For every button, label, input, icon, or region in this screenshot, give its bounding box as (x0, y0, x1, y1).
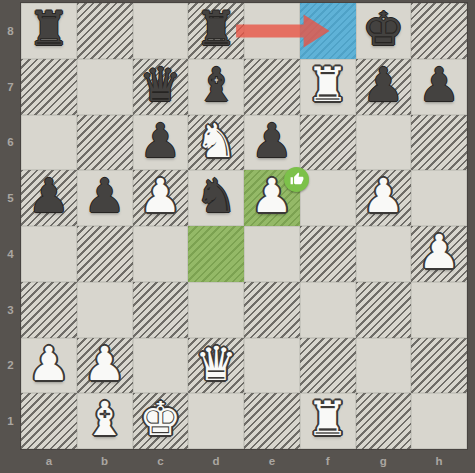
square-c1[interactable]: ♚ (133, 393, 189, 449)
square-c2[interactable] (133, 338, 189, 394)
black-king-piece[interactable]: ♚ (362, 1, 404, 57)
rank-label-8: 8 (0, 25, 21, 37)
black-pawn-piece[interactable]: ♟ (139, 113, 181, 169)
square-e1[interactable] (244, 393, 300, 449)
square-e8[interactable] (244, 3, 300, 59)
square-h2[interactable] (411, 338, 467, 394)
square-a8[interactable]: ♜ (21, 3, 77, 59)
rank-label-5: 5 (0, 192, 21, 204)
black-bishop-piece[interactable]: ♝ (195, 57, 237, 113)
square-f6[interactable] (300, 115, 356, 171)
file-label-h: h (436, 455, 443, 467)
file-label-g: g (380, 455, 387, 467)
square-g7[interactable]: ♟ (356, 59, 412, 115)
square-f7[interactable]: ♜ (300, 59, 356, 115)
square-a3[interactable] (21, 282, 77, 338)
black-pawn-piece[interactable]: ♟ (251, 113, 293, 169)
white-pawn-piece[interactable]: ♟ (418, 224, 460, 280)
square-e3[interactable] (244, 282, 300, 338)
file-label-c: c (157, 455, 163, 467)
square-c7[interactable]: ♛ (133, 59, 189, 115)
square-g4[interactable] (356, 226, 412, 282)
file-label-f: f (326, 455, 330, 467)
file-label-b: b (101, 455, 108, 467)
square-b7[interactable] (77, 59, 133, 115)
black-pawn-piece[interactable]: ♟ (362, 57, 404, 113)
square-c8[interactable] (133, 3, 189, 59)
square-d4[interactable] (188, 226, 244, 282)
black-pawn-piece[interactable]: ♟ (28, 168, 70, 224)
chess-board[interactable]: ♜♜♚♛♝♜♟♟♟♞♟♟♟♟♞♟♟♟♟♟♛♝♚♜ (21, 3, 467, 449)
white-pawn-piece[interactable]: ♟ (28, 336, 70, 392)
square-g3[interactable] (356, 282, 412, 338)
square-d8[interactable]: ♜ (188, 3, 244, 59)
square-b1[interactable]: ♝ (77, 393, 133, 449)
white-rook-piece[interactable]: ♜ (307, 391, 349, 447)
rank-label-2: 2 (0, 359, 21, 371)
square-d5[interactable]: ♞ (188, 170, 244, 226)
square-h3[interactable] (411, 282, 467, 338)
square-a5[interactable]: ♟ (21, 170, 77, 226)
square-d2[interactable]: ♛ (188, 338, 244, 394)
square-e6[interactable]: ♟ (244, 115, 300, 171)
black-pawn-piece[interactable]: ♟ (418, 57, 460, 113)
rank-label-7: 7 (0, 81, 21, 93)
white-bishop-piece[interactable]: ♝ (84, 391, 126, 447)
square-h6[interactable] (411, 115, 467, 171)
square-h1[interactable] (411, 393, 467, 449)
square-g2[interactable] (356, 338, 412, 394)
square-d1[interactable] (188, 393, 244, 449)
square-b6[interactable] (77, 115, 133, 171)
square-f3[interactable] (300, 282, 356, 338)
black-rook-piece[interactable]: ♜ (28, 1, 70, 57)
file-label-a: a (46, 455, 52, 467)
rank-label-4: 4 (0, 248, 21, 260)
square-c6[interactable]: ♟ (133, 115, 189, 171)
square-a4[interactable] (21, 226, 77, 282)
square-d3[interactable] (188, 282, 244, 338)
good-move-badge (284, 167, 309, 192)
square-f8[interactable] (300, 3, 356, 59)
file-label-d: d (213, 455, 220, 467)
black-queen-piece[interactable]: ♛ (139, 57, 181, 113)
square-e2[interactable] (244, 338, 300, 394)
rank-label-6: 6 (0, 136, 21, 148)
white-knight-piece[interactable]: ♞ (195, 113, 237, 169)
square-b3[interactable] (77, 282, 133, 338)
white-rook-piece[interactable]: ♜ (307, 57, 349, 113)
square-b5[interactable]: ♟ (77, 170, 133, 226)
square-g8[interactable]: ♚ (356, 3, 412, 59)
file-label-e: e (269, 455, 275, 467)
square-a2[interactable]: ♟ (21, 338, 77, 394)
rank-label-3: 3 (0, 304, 21, 316)
white-queen-piece[interactable]: ♛ (195, 336, 237, 392)
square-d7[interactable]: ♝ (188, 59, 244, 115)
square-b4[interactable] (77, 226, 133, 282)
square-g5[interactable]: ♟ (356, 170, 412, 226)
square-h5[interactable] (411, 170, 467, 226)
thumbs-up-icon (290, 172, 304, 186)
square-c4[interactable] (133, 226, 189, 282)
square-c5[interactable]: ♟ (133, 170, 189, 226)
square-b2[interactable]: ♟ (77, 338, 133, 394)
black-rook-piece[interactable]: ♜ (195, 1, 237, 57)
square-e4[interactable] (244, 226, 300, 282)
square-h7[interactable]: ♟ (411, 59, 467, 115)
square-f2[interactable] (300, 338, 356, 394)
square-h8[interactable] (411, 3, 467, 59)
square-f1[interactable]: ♜ (300, 393, 356, 449)
square-a1[interactable] (21, 393, 77, 449)
black-pawn-piece[interactable]: ♟ (84, 168, 126, 224)
white-pawn-piece[interactable]: ♟ (84, 336, 126, 392)
square-d6[interactable]: ♞ (188, 115, 244, 171)
square-a6[interactable] (21, 115, 77, 171)
square-f4[interactable] (300, 226, 356, 282)
square-g1[interactable] (356, 393, 412, 449)
white-king-piece[interactable]: ♚ (139, 391, 181, 447)
square-h4[interactable]: ♟ (411, 226, 467, 282)
chess-board-frame: ♜♜♚♛♝♜♟♟♟♞♟♟♟♟♞♟♟♟♟♟♛♝♚♜ 87654321abcdefg… (0, 0, 475, 473)
square-g6[interactable] (356, 115, 412, 171)
white-pawn-piece[interactable]: ♟ (139, 168, 181, 224)
square-c3[interactable] (133, 282, 189, 338)
white-pawn-piece[interactable]: ♟ (362, 168, 404, 224)
square-e7[interactable] (244, 59, 300, 115)
rank-label-1: 1 (0, 415, 21, 427)
black-knight-piece[interactable]: ♞ (195, 168, 237, 224)
square-a7[interactable] (21, 59, 77, 115)
square-b8[interactable] (77, 3, 133, 59)
